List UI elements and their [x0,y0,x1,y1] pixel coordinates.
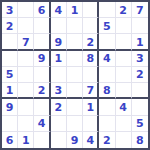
sudoku-cell-given[interactable]: 1 [132,34,148,50]
sudoku-cell-given[interactable]: 8 [83,51,99,67]
sudoku-cell-empty[interactable] [116,18,132,34]
sudoku-cell-given[interactable]: 8 [132,132,148,148]
sudoku-cell-empty[interactable] [2,51,18,67]
sudoku-board: 364127257921918435212378921445619428 [0,0,150,150]
sudoku-cell-empty[interactable] [2,116,18,132]
sudoku-cell-empty[interactable] [116,83,132,99]
sudoku-cell-given[interactable]: 4 [116,99,132,115]
sudoku-cell-given[interactable]: 3 [51,83,67,99]
sudoku-cell-empty[interactable] [2,34,18,50]
sudoku-cell-empty[interactable] [67,67,83,83]
sudoku-cell-empty[interactable] [99,67,115,83]
sudoku-cell-given[interactable]: 2 [83,34,99,50]
sudoku-cell-given[interactable]: 2 [99,132,115,148]
sudoku-cell-given[interactable]: 1 [18,132,34,148]
sudoku-cell-empty[interactable] [116,67,132,83]
sudoku-cell-empty[interactable] [67,51,83,67]
sudoku-cell-given[interactable]: 9 [34,51,50,67]
sudoku-cell-empty[interactable] [34,132,50,148]
sudoku-cell-given[interactable]: 2 [2,18,18,34]
sudoku-cell-given[interactable]: 2 [34,83,50,99]
sudoku-cell-given[interactable]: 1 [2,83,18,99]
sudoku-cell-empty[interactable] [132,83,148,99]
sudoku-cell-empty[interactable] [83,2,99,18]
sudoku-cell-empty[interactable] [67,18,83,34]
sudoku-cell-empty[interactable] [67,34,83,50]
sudoku-cell-empty[interactable] [116,34,132,50]
sudoku-cell-empty[interactable] [51,18,67,34]
sudoku-cell-empty[interactable] [132,99,148,115]
sudoku-cell-given[interactable]: 9 [2,99,18,115]
sudoku-cell-empty[interactable] [83,67,99,83]
sudoku-cell-empty[interactable] [99,99,115,115]
sudoku-cell-given[interactable]: 7 [132,2,148,18]
sudoku-cell-empty[interactable] [18,51,34,67]
sudoku-cell-empty[interactable] [99,116,115,132]
sudoku-cell-empty[interactable] [67,116,83,132]
sudoku-cell-empty[interactable] [34,67,50,83]
sudoku-cell-given[interactable]: 5 [99,18,115,34]
sudoku-cell-empty[interactable] [51,67,67,83]
sudoku-cell-empty[interactable] [18,116,34,132]
sudoku-cell-given[interactable]: 9 [67,132,83,148]
sudoku-cell-empty[interactable] [34,34,50,50]
sudoku-app: 364127257921918435212378921445619428 [0,0,150,150]
sudoku-cell-empty[interactable] [116,132,132,148]
sudoku-cell-given[interactable]: 5 [2,67,18,83]
sudoku-cell-empty[interactable] [18,2,34,18]
sudoku-cell-given[interactable]: 1 [67,2,83,18]
sudoku-cell-empty[interactable] [116,51,132,67]
sudoku-cell-given[interactable]: 2 [116,2,132,18]
sudoku-cell-given[interactable]: 4 [83,132,99,148]
sudoku-cell-given[interactable]: 4 [99,51,115,67]
sudoku-cell-given[interactable]: 6 [2,132,18,148]
sudoku-cell-given[interactable]: 3 [2,2,18,18]
sudoku-cell-given[interactable]: 1 [51,51,67,67]
sudoku-cell-empty[interactable] [99,2,115,18]
sudoku-cell-empty[interactable] [18,67,34,83]
sudoku-cell-empty[interactable] [18,99,34,115]
sudoku-cell-empty[interactable] [99,34,115,50]
sudoku-cell-given[interactable]: 5 [132,116,148,132]
sudoku-cell-given[interactable]: 9 [51,34,67,50]
sudoku-cell-given[interactable]: 3 [132,51,148,67]
sudoku-cell-empty[interactable] [51,116,67,132]
sudoku-cell-empty[interactable] [34,99,50,115]
sudoku-cell-given[interactable]: 7 [83,83,99,99]
sudoku-cell-given[interactable]: 1 [83,99,99,115]
sudoku-cell-given[interactable]: 2 [51,99,67,115]
sudoku-cell-empty[interactable] [18,18,34,34]
sudoku-cell-given[interactable]: 4 [34,116,50,132]
sudoku-cell-given[interactable]: 2 [132,67,148,83]
sudoku-cell-empty[interactable] [67,83,83,99]
sudoku-cell-given[interactable]: 4 [51,2,67,18]
sudoku-cell-empty[interactable] [83,18,99,34]
sudoku-cell-empty[interactable] [83,116,99,132]
sudoku-cell-empty[interactable] [51,132,67,148]
sudoku-cell-given[interactable]: 7 [18,34,34,50]
sudoku-cell-empty[interactable] [132,18,148,34]
sudoku-cell-empty[interactable] [18,83,34,99]
sudoku-cell-empty[interactable] [67,99,83,115]
sudoku-cell-empty[interactable] [34,18,50,34]
sudoku-cell-given[interactable]: 8 [99,83,115,99]
sudoku-cell-empty[interactable] [116,116,132,132]
sudoku-cell-given[interactable]: 6 [34,2,50,18]
